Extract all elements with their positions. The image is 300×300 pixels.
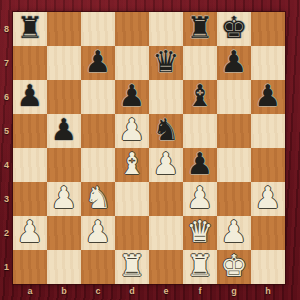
- square-e5[interactable]: ♞: [149, 114, 183, 148]
- file-label-d: d: [115, 284, 149, 300]
- piece-white-pawn-d5[interactable]: ♟: [115, 113, 149, 147]
- square-f4[interactable]: ♟: [183, 148, 217, 182]
- piece-black-rook-a8[interactable]: ♜: [13, 11, 47, 45]
- square-h6[interactable]: ♟: [251, 80, 285, 114]
- piece-black-pawn-g7[interactable]: ♟: [217, 45, 251, 79]
- square-g8[interactable]: ♚: [217, 12, 251, 46]
- piece-black-rook-f8[interactable]: ♜: [183, 11, 217, 45]
- square-e2[interactable]: [149, 216, 183, 250]
- square-d6[interactable]: ♟: [115, 80, 149, 114]
- file-label-g: g: [217, 284, 251, 300]
- square-f8[interactable]: ♜: [183, 12, 217, 46]
- file-label-e: e: [149, 284, 183, 300]
- square-g2[interactable]: ♟: [217, 216, 251, 250]
- square-g1[interactable]: ♚: [217, 250, 251, 284]
- square-f2[interactable]: ♛: [183, 216, 217, 250]
- square-d3[interactable]: [115, 182, 149, 216]
- piece-white-pawn-c2[interactable]: ♟: [81, 215, 115, 249]
- square-g3[interactable]: [217, 182, 251, 216]
- square-h1[interactable]: [251, 250, 285, 284]
- piece-white-bishop-d4[interactable]: ♝: [115, 147, 149, 181]
- square-f1[interactable]: ♜: [183, 250, 217, 284]
- piece-white-pawn-e4[interactable]: ♟: [149, 147, 183, 181]
- square-a7[interactable]: [13, 46, 47, 80]
- rank-label-8: 8: [0, 12, 13, 46]
- piece-black-pawn-b5[interactable]: ♟: [47, 113, 81, 147]
- rank-label-1: 1: [0, 250, 13, 284]
- square-e4[interactable]: ♟: [149, 148, 183, 182]
- square-g6[interactable]: [217, 80, 251, 114]
- rank-label-7: 7: [0, 46, 13, 80]
- square-c4[interactable]: [81, 148, 115, 182]
- square-a2[interactable]: ♟: [13, 216, 47, 250]
- square-d8[interactable]: [115, 12, 149, 46]
- piece-black-pawn-d6[interactable]: ♟: [115, 79, 149, 113]
- rank-label-3: 3: [0, 182, 13, 216]
- square-h7[interactable]: [251, 46, 285, 80]
- square-b5[interactable]: ♟: [47, 114, 81, 148]
- piece-black-pawn-f4[interactable]: ♟: [183, 147, 217, 181]
- square-b3[interactable]: ♟: [47, 182, 81, 216]
- piece-black-queen-e7[interactable]: ♛: [149, 45, 183, 79]
- square-c8[interactable]: [81, 12, 115, 46]
- piece-black-bishop-f6[interactable]: ♝: [183, 79, 217, 113]
- square-d5[interactable]: ♟: [115, 114, 149, 148]
- piece-white-rook-d1[interactable]: ♜: [115, 249, 149, 283]
- file-label-h: h: [251, 284, 285, 300]
- square-f3[interactable]: ♟: [183, 182, 217, 216]
- piece-black-pawn-c7[interactable]: ♟: [81, 45, 115, 79]
- piece-white-pawn-b3[interactable]: ♟: [47, 181, 81, 215]
- square-g7[interactable]: ♟: [217, 46, 251, 80]
- square-b6[interactable]: [47, 80, 81, 114]
- square-c1[interactable]: [81, 250, 115, 284]
- square-b7[interactable]: [47, 46, 81, 80]
- rank-label-4: 4: [0, 148, 13, 182]
- piece-white-king-g1[interactable]: ♚: [217, 249, 251, 283]
- square-b4[interactable]: [47, 148, 81, 182]
- piece-black-knight-e5[interactable]: ♞: [149, 113, 183, 147]
- square-g4[interactable]: [217, 148, 251, 182]
- square-d4[interactable]: ♝: [115, 148, 149, 182]
- square-a5[interactable]: [13, 114, 47, 148]
- square-h8[interactable]: [251, 12, 285, 46]
- square-f5[interactable]: [183, 114, 217, 148]
- square-e3[interactable]: [149, 182, 183, 216]
- square-a3[interactable]: [13, 182, 47, 216]
- square-a4[interactable]: [13, 148, 47, 182]
- piece-white-pawn-a2[interactable]: ♟: [13, 215, 47, 249]
- square-c2[interactable]: ♟: [81, 216, 115, 250]
- square-b8[interactable]: [47, 12, 81, 46]
- piece-white-pawn-g2[interactable]: ♟: [217, 215, 251, 249]
- square-e1[interactable]: [149, 250, 183, 284]
- square-d7[interactable]: [115, 46, 149, 80]
- rank-label-2: 2: [0, 216, 13, 250]
- piece-white-knight-c3[interactable]: ♞: [81, 181, 115, 215]
- file-label-b: b: [47, 284, 81, 300]
- square-e8[interactable]: [149, 12, 183, 46]
- square-b1[interactable]: [47, 250, 81, 284]
- rank-label-6: 6: [0, 80, 13, 114]
- piece-white-pawn-h3[interactable]: ♟: [251, 181, 285, 215]
- square-h3[interactable]: ♟: [251, 182, 285, 216]
- file-label-c: c: [81, 284, 115, 300]
- chessboard-frame: ♜♜♚♟♛♟♟♟♝♟♟♟♞♝♟♟♟♞♟♟♟♟♛♟♜♜♚ 87654321 abc…: [0, 0, 300, 300]
- rank-label-5: 5: [0, 114, 13, 148]
- square-c6[interactable]: [81, 80, 115, 114]
- square-c3[interactable]: ♞: [81, 182, 115, 216]
- piece-black-pawn-a6[interactable]: ♟: [13, 79, 47, 113]
- square-e6[interactable]: [149, 80, 183, 114]
- square-h4[interactable]: [251, 148, 285, 182]
- piece-white-pawn-f3[interactable]: ♟: [183, 181, 217, 215]
- square-b2[interactable]: [47, 216, 81, 250]
- square-d1[interactable]: ♜: [115, 250, 149, 284]
- square-f7[interactable]: [183, 46, 217, 80]
- square-h2[interactable]: [251, 216, 285, 250]
- piece-white-queen-f2[interactable]: ♛: [183, 215, 217, 249]
- file-label-a: a: [13, 284, 47, 300]
- square-g5[interactable]: [217, 114, 251, 148]
- square-f6[interactable]: ♝: [183, 80, 217, 114]
- board: ♜♜♚♟♛♟♟♟♝♟♟♟♞♝♟♟♟♞♟♟♟♟♛♟♜♜♚: [13, 12, 285, 284]
- square-e7[interactable]: ♛: [149, 46, 183, 80]
- piece-black-king-g8[interactable]: ♚: [217, 11, 251, 45]
- square-a6[interactable]: ♟: [13, 80, 47, 114]
- square-h5[interactable]: [251, 114, 285, 148]
- square-c5[interactable]: [81, 114, 115, 148]
- piece-white-rook-f1[interactable]: ♜: [183, 249, 217, 283]
- piece-black-pawn-h6[interactable]: ♟: [251, 79, 285, 113]
- file-label-f: f: [183, 284, 217, 300]
- square-a8[interactable]: ♜: [13, 12, 47, 46]
- square-c7[interactable]: ♟: [81, 46, 115, 80]
- square-d2[interactable]: [115, 216, 149, 250]
- square-a1[interactable]: [13, 250, 47, 284]
